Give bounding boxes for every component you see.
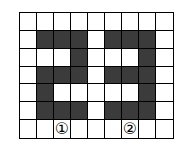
grid-cell-shaded: [54, 67, 71, 85]
grid-cell: [139, 120, 156, 138]
puzzle-diagram: ①②: [0, 0, 192, 151]
grid-cell: [156, 84, 173, 102]
grid-cell: [139, 13, 156, 31]
grid-cell: [88, 49, 105, 67]
grid-cell-shaded: [105, 67, 122, 85]
grid-cell: [156, 31, 173, 49]
grid-cell: [71, 13, 88, 31]
grid-cell: [20, 102, 37, 120]
grid-cell: [20, 31, 37, 49]
grid-cell: [37, 13, 54, 31]
grid-cell: [88, 120, 105, 138]
grid-cell-shaded: [139, 49, 156, 67]
grid-cell: [20, 120, 37, 138]
grid-cell-shaded: [105, 102, 122, 120]
grid-cell-shaded: [122, 102, 139, 120]
grid-cell-shaded: [71, 31, 88, 49]
grid-cell: [88, 67, 105, 85]
grid-cell: [20, 13, 37, 31]
grid-cell: [54, 84, 71, 102]
grid-cell-shaded: [71, 49, 88, 67]
grid-cell-shaded: [71, 102, 88, 120]
puzzle-grid: ①②: [19, 12, 174, 139]
grid-cell-shaded: [37, 67, 54, 85]
grid-cell: [156, 13, 173, 31]
grid-cell-shaded: [54, 102, 71, 120]
grid-cell: [105, 13, 122, 31]
grid-cell: [156, 102, 173, 120]
grid-cell: [88, 84, 105, 102]
grid-cell: [156, 67, 173, 85]
grid-cell: [37, 49, 54, 67]
grid-cell: [71, 120, 88, 138]
grid-cell: [37, 120, 54, 138]
grid-cell-marker-2: ②: [122, 120, 139, 138]
grid-cell-marker-1: ①: [54, 120, 71, 138]
grid-cell-shaded: [37, 31, 54, 49]
grid-cell-shaded: [139, 84, 156, 102]
grid-cell-shaded: [37, 102, 54, 120]
grid-cell-shaded: [122, 31, 139, 49]
grid-cell-shaded: [71, 67, 88, 85]
grid-cell: [88, 102, 105, 120]
grid-cell: [122, 49, 139, 67]
grid-cell-shaded: [122, 67, 139, 85]
grid-cell: [105, 120, 122, 138]
grid-cell: [54, 13, 71, 31]
circled-1-marker: ①: [55, 121, 69, 137]
grid-cell-shaded: [139, 102, 156, 120]
grid-cell: [156, 49, 173, 67]
grid-cell: [105, 49, 122, 67]
grid-cell: [156, 120, 173, 138]
grid-cell: [88, 31, 105, 49]
grid-cell-shaded: [37, 84, 54, 102]
grid-cell-shaded: [54, 31, 71, 49]
grid-cell: [20, 49, 37, 67]
grid-cell: [122, 84, 139, 102]
grid-cell: [88, 13, 105, 31]
grid-cell: [71, 84, 88, 102]
circled-2-marker: ②: [123, 121, 137, 137]
grid-cell: [20, 84, 37, 102]
grid-cell-shaded: [139, 31, 156, 49]
grid-cell-shaded: [105, 31, 122, 49]
grid-cell: [105, 84, 122, 102]
grid-cell: [54, 49, 71, 67]
grid-cell: [122, 13, 139, 31]
grid-cell: [20, 67, 37, 85]
grid-cell-shaded: [139, 67, 156, 85]
